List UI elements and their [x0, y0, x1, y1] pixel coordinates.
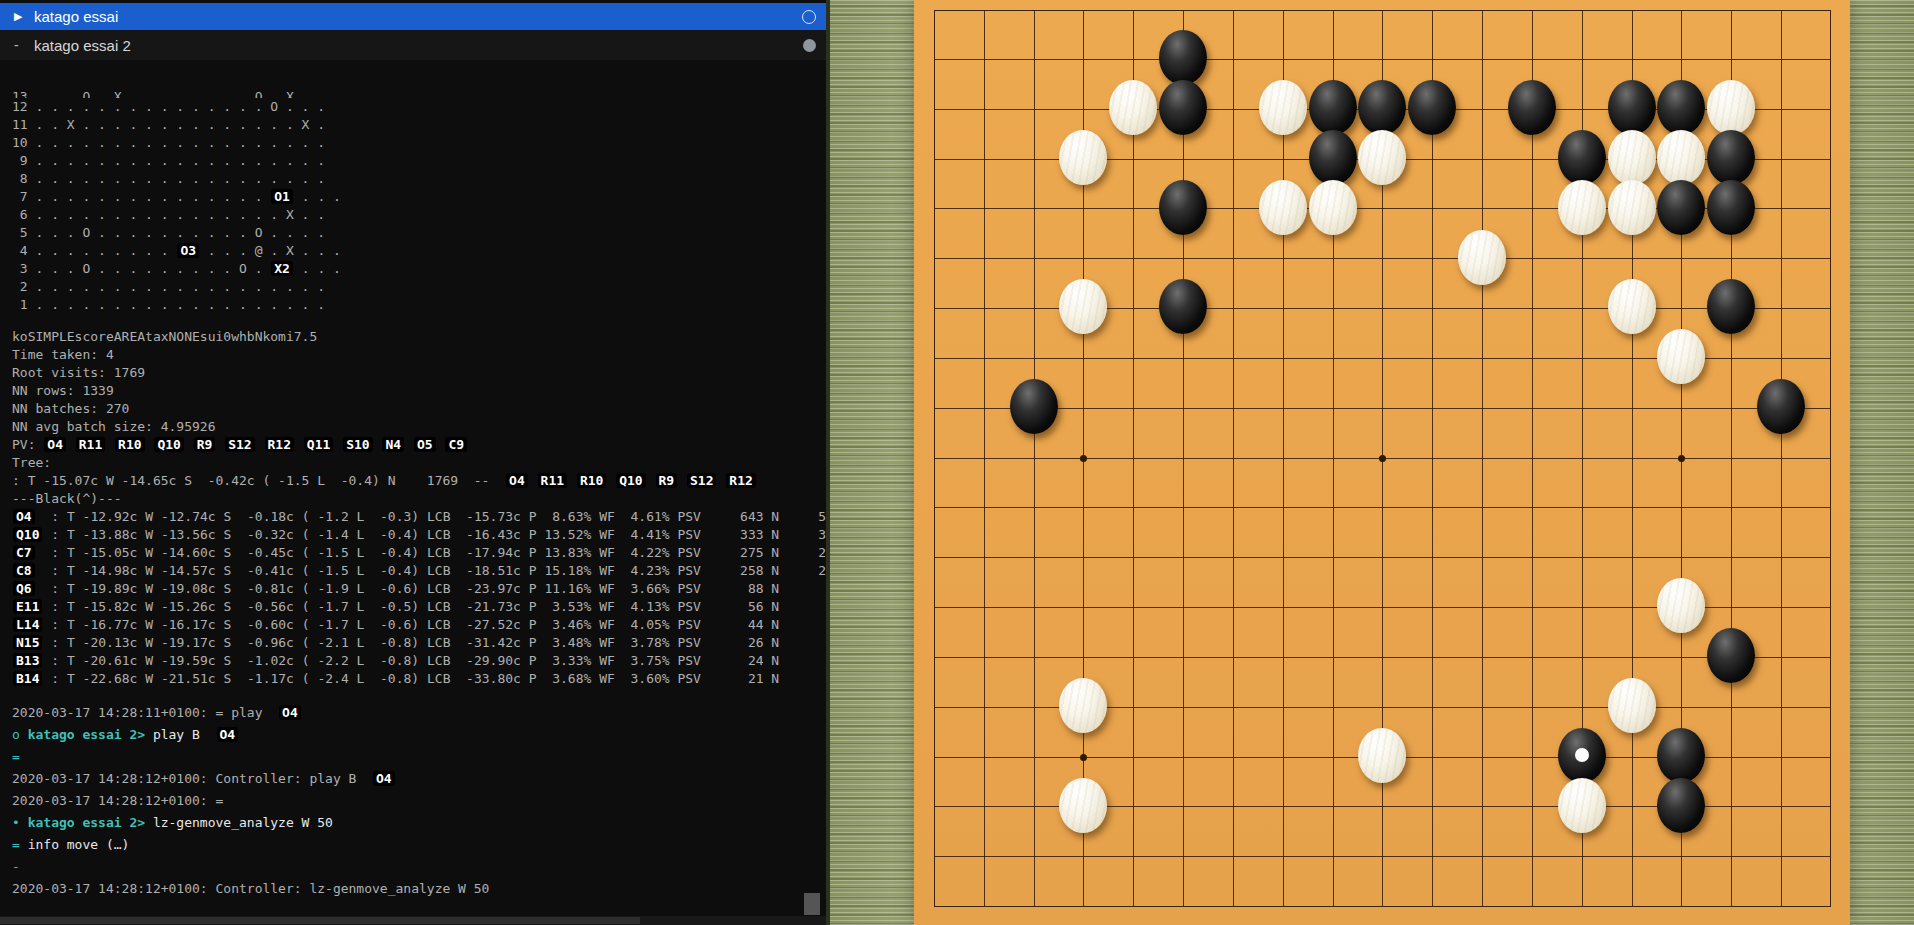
- move-token: N4: [382, 437, 404, 452]
- terminal-line: C8 : T -14.98c W -14.57c S -0.41c ( -1.5…: [12, 562, 826, 580]
- move-token: Q10: [154, 437, 183, 452]
- text-segment: . . . @ . X . . .: [200, 243, 341, 258]
- tab-label: katago essai: [34, 8, 118, 25]
- stone-white-O3: [1558, 778, 1606, 833]
- move-token: S12: [687, 473, 716, 488]
- move-token: O4: [506, 473, 528, 488]
- text-segment: 2020-03-17 14:28:12+0100: =: [12, 793, 223, 808]
- stone-black-F17: [1159, 80, 1207, 135]
- move-token: O1: [271, 189, 293, 204]
- text-segment: 9 . . . . . . . . . . . . . . . . . . .: [12, 153, 325, 168]
- text-segment: : T -16.77c W -16.17c S -0.60c ( -1.7 L …: [43, 617, 826, 632]
- terminal-line: 10 . . . . . . . . . . . . . . . . . . .: [12, 134, 826, 152]
- terminal-line: koSIMPLEscoreAREAtaxNONEsui0whbNkomi7.5: [12, 328, 826, 346]
- stone-white-P16: [1608, 130, 1656, 185]
- stone-white-H17: [1259, 80, 1307, 135]
- gtp-console-pane: ▶ katago essai - katago essai 2 13 . . .…: [0, 0, 826, 925]
- text-segment: : T -13.88c W -13.56c S -0.32c ( -1.4 L …: [43, 527, 826, 542]
- text-segment: 2020-03-17 14:28:12+0100: Controller: lz…: [12, 881, 489, 896]
- text-segment: 8 . . . . . . . . . . . . . . . . . . .: [12, 171, 325, 186]
- move-token: B14: [13, 671, 42, 686]
- terminal-line: • katago essai 2> lz-genmove_analyze W 5…: [12, 812, 826, 834]
- text-segment: 4 . . . . . . . . .: [12, 243, 176, 258]
- terminal-line: 2020-03-17 14:28:11+0100: = play O4: [12, 702, 826, 724]
- terminal-line: N15 : T -20.13c W -19.17c S -0.96c ( -2.…: [12, 634, 826, 652]
- move-token: C8: [13, 563, 35, 578]
- text-segment: : T -22.68c W -21.51c S -1.17c ( -2.4 L …: [43, 671, 826, 686]
- move-token: B13: [13, 653, 42, 668]
- stone-white-P13: [1608, 279, 1656, 334]
- horizontal-scrollbar[interactable]: [0, 916, 826, 925]
- text-segment: [374, 437, 382, 452]
- text-segment: 5 . . . O . . . . . . . . . . O . . . .: [12, 225, 325, 240]
- stone-black-P17: [1608, 80, 1656, 135]
- move-token: Q10: [13, 527, 42, 542]
- move-token: L14: [13, 617, 42, 632]
- text-segment: [106, 437, 114, 452]
- stone-white-P5: [1608, 678, 1656, 733]
- terminal-line: NN batches: 270: [12, 400, 826, 418]
- terminal-line: = info move (…): [12, 834, 826, 856]
- terminal-line: 11 . . X . . . . . . . . . . . . . . X .: [12, 116, 826, 134]
- text-segment: o: [12, 727, 28, 742]
- terminal-line: [12, 314, 826, 328]
- terminal-line: NN rows: 1339: [12, 382, 826, 400]
- stone-black-O4: [1558, 728, 1606, 783]
- text-segment: . . .: [294, 189, 341, 204]
- terminal-line: PV: O4 R11 R10 Q10 R9 S12 R12 Q11 S10 N4…: [12, 436, 826, 454]
- move-token: Q10: [616, 473, 645, 488]
- terminal-line: 2 . . . . . . . . . . . . . . . . . . .: [12, 278, 826, 296]
- move-token: N15: [13, 635, 42, 650]
- move-token: C9: [445, 437, 467, 452]
- terminal-line: =: [12, 746, 826, 768]
- terminal-line: ---Black(^)---: [12, 490, 826, 508]
- hoshi-dot: [1379, 455, 1386, 462]
- hoshi-dot: [1080, 754, 1087, 761]
- move-token: Q6: [13, 581, 35, 596]
- text-segment: info move (…): [28, 837, 130, 852]
- text-segment: [678, 473, 686, 488]
- text-segment: 2020-03-17 14:28:11+0100: = play: [12, 705, 278, 720]
- move-token: O3: [177, 243, 199, 258]
- stone-black-F15: [1159, 180, 1207, 235]
- text-segment: : T -19.89c W -19.08c S -0.81c ( -1.9 L …: [36, 581, 826, 596]
- move-token: O5: [414, 437, 436, 452]
- text-segment: : T -20.61c W -19.59c S -1.02c ( -2.2 L …: [43, 653, 826, 668]
- move-token: S10: [343, 437, 372, 452]
- text-segment: NN avg batch size: 4.95926: [12, 419, 216, 434]
- move-token: S12: [225, 437, 254, 452]
- terminal-line: 6 . . . . . . . . . . . . . . . . X . .: [12, 206, 826, 224]
- stone-white-J15: [1309, 180, 1357, 235]
- text-segment: =: [12, 837, 28, 852]
- stone-black-O16: [1558, 130, 1606, 185]
- text-segment: PV:: [12, 437, 43, 452]
- terminal-line: 4 . . . . . . . . . O3 . . . @ . X . . .: [12, 242, 826, 260]
- stone-white-M14: [1458, 230, 1506, 285]
- text-segment: 11 . . X . . . . . . . . . . . . . . X .: [12, 117, 325, 132]
- text-segment: play B: [145, 727, 215, 742]
- move-token: R10: [115, 437, 144, 452]
- tab-katago-essai[interactable]: ▶ katago essai: [0, 3, 826, 30]
- terminal-line: 8 . . . . . . . . . . . . . . . . . . .: [12, 170, 826, 188]
- text-segment: [647, 473, 655, 488]
- text-segment: 2 . . . . . . . . . . . . . . . . . . .: [12, 279, 325, 294]
- text-segment: Tree:: [12, 455, 51, 470]
- text-segment: NN rows: 1339: [12, 383, 114, 398]
- terminal-line: Q6 : T -19.89c W -19.08c S -0.81c ( -1.9…: [12, 580, 826, 598]
- tab-katago-essai-2[interactable]: - katago essai 2: [0, 30, 826, 60]
- text-segment: 3 . . . O . . . . . . . . . O .: [12, 261, 270, 276]
- move-token: R11: [538, 473, 567, 488]
- terminal-line: [12, 688, 826, 702]
- text-segment: : T -15.82c W -15.26c S -0.56c ( -1.7 L …: [43, 599, 826, 614]
- move-token: O4: [373, 771, 395, 786]
- terminal-line: 2020-03-17 14:28:12+0100: =: [12, 790, 826, 812]
- terminal-line: 1 . . . . . . . . . . . . . . . . . . .: [12, 296, 826, 314]
- terminal-line: -: [12, 856, 826, 878]
- text-segment: [568, 473, 576, 488]
- terminal-line: L14 : T -16.77c W -16.17c S -0.60c ( -1.…: [12, 616, 826, 634]
- stone-black-N17: [1508, 80, 1556, 135]
- move-token: R9: [194, 437, 216, 452]
- text-segment: [216, 437, 224, 452]
- text-segment: : T -15.07c W -14.65c S -0.42c ( -1.5 L …: [12, 473, 505, 488]
- text-segment: =: [12, 749, 20, 764]
- move-token: R9: [656, 473, 678, 488]
- stone-black-S11: [1757, 379, 1805, 434]
- hoshi-dot: [1678, 455, 1685, 462]
- text-segment: 13 . . . O . X . . . . . . . . O . X . .: [12, 88, 325, 98]
- text-segment: •: [12, 815, 28, 830]
- move-token: R12: [265, 437, 294, 452]
- dash-icon: -: [14, 37, 34, 53]
- stone-black-C11: [1010, 379, 1058, 434]
- text-segment: [607, 473, 615, 488]
- text-segment: 6 . . . . . . . . . . . . . . . . X . .: [12, 207, 325, 222]
- terminal-line: 5 . . . O . . . . . . . . . . O . . . .: [12, 224, 826, 242]
- move-token: X2: [271, 261, 293, 276]
- triangle-right-icon: ▶: [14, 10, 34, 23]
- move-token: O4: [13, 509, 35, 524]
- text-segment: koSIMPLEscoreAREAtaxNONEsui0whbNkomi7.5: [12, 329, 317, 344]
- terminal-line: Tree:: [12, 454, 826, 472]
- katago-gtp-app: ▶ katago essai - katago essai 2 13 . . .…: [0, 0, 1914, 925]
- text-segment: : T -20.13c W -19.17c S -0.96c ( -2.1 L …: [43, 635, 826, 650]
- text-segment: 10 . . . . . . . . . . . . . . . . . . .: [12, 135, 325, 150]
- stone-black-J17: [1309, 80, 1357, 135]
- text-segment: katago essai 2>: [28, 727, 145, 742]
- stone-white-P15: [1608, 180, 1656, 235]
- terminal-line: 9 . . . . . . . . . . . . . . . . . . .: [12, 152, 826, 170]
- text-segment: [529, 473, 537, 488]
- terminal-line: Root visits: 1769: [12, 364, 826, 382]
- terminal-line: o katago essai 2> play B O4: [12, 724, 826, 746]
- last-move-marker: [1575, 748, 1589, 762]
- move-token: R12: [726, 473, 755, 488]
- terminal-line: 12 . . . . . . . . . . . . . . . O . . .: [12, 98, 826, 116]
- text-segment: Time taken: 4: [12, 347, 114, 362]
- text-segment: [717, 473, 725, 488]
- go-board[interactable]: [914, 0, 1850, 925]
- text-segment: : T -15.05c W -14.60c S -0.45c ( -1.5 L …: [36, 545, 826, 560]
- text-segment: NN batches: 270: [12, 401, 129, 416]
- terminal-line: NN avg batch size: 4.95926: [12, 418, 826, 436]
- stone-white-H15: [1259, 180, 1307, 235]
- terminal-line: B13 : T -20.61c W -19.59c S -1.02c ( -2.…: [12, 652, 826, 670]
- stone-black-R16: [1707, 130, 1755, 185]
- stone-black-Q3: [1657, 778, 1705, 833]
- terminal-line: C7 : T -15.05c W -14.60c S -0.45c ( -1.5…: [12, 544, 826, 562]
- terminal-line: : T -15.07c W -14.65c S -0.42c ( -1.5 L …: [12, 472, 826, 490]
- move-token: O4: [44, 437, 66, 452]
- vscroll-thumb[interactable]: [804, 893, 820, 915]
- text-segment: : T -12.92c W -12.74c S -0.18c ( -1.2 L …: [36, 509, 826, 524]
- stone-black-R15: [1707, 180, 1755, 235]
- move-token: O4: [279, 705, 301, 720]
- board-background-mat: [826, 0, 1914, 925]
- terminal-line: 3 . . . O . . . . . . . . . O . X2 . . .: [12, 260, 826, 278]
- text-segment: 1 . . . . . . . . . . . . . . . . . . .: [12, 297, 325, 312]
- text-segment: 12 . . . . . . . . . . . . . . . O . . .: [12, 99, 325, 114]
- stone-black-Q15: [1657, 180, 1705, 235]
- text-segment: Root visits: 1769: [12, 365, 145, 380]
- text-segment: [405, 437, 413, 452]
- terminal-line: Q10 : T -13.88c W -13.56c S -0.32c ( -1.…: [12, 526, 826, 544]
- text-segment: ---Black(^)---: [12, 491, 122, 506]
- move-token: E11: [13, 599, 42, 614]
- text-segment: 2020-03-17 14:28:12+0100: Controller: pl…: [12, 771, 372, 786]
- text-segment: -: [12, 859, 20, 874]
- hscroll-thumb[interactable]: [0, 917, 640, 924]
- text-segment: lz-genmove_analyze W 50: [145, 815, 333, 830]
- move-token: R10: [577, 473, 606, 488]
- text-segment: [146, 437, 154, 452]
- text-segment: [67, 437, 75, 452]
- stone-black-J16: [1309, 130, 1357, 185]
- move-token: C7: [13, 545, 35, 560]
- terminal-line: 2020-03-17 14:28:12+0100: Controller: lz…: [12, 878, 826, 900]
- text-segment: : T -14.98c W -14.57c S -0.41c ( -1.5 L …: [36, 563, 826, 578]
- terminal-line: 2020-03-17 14:28:12+0100: Controller: pl…: [12, 768, 826, 790]
- terminal-output: 13 . . . O . X . . . . . . . . O . X . .…: [12, 88, 826, 925]
- terminal-line: E11 : T -15.82c W -15.26c S -0.56c ( -1.…: [12, 598, 826, 616]
- outline-circle-icon[interactable]: [802, 10, 816, 24]
- terminal-line: 7 . . . . . . . . . . . . . . . O1 . . .: [12, 188, 826, 206]
- text-segment: [295, 437, 303, 452]
- text-segment: . . .: [294, 261, 341, 276]
- terminal-line: B14 : T -22.68c W -21.51c S -1.17c ( -2.…: [12, 670, 826, 688]
- hoshi-dot: [1080, 455, 1087, 462]
- terminal-line: 13 . . . O . X . . . . . . . . O . X . .: [12, 88, 826, 98]
- text-segment: katago essai 2>: [28, 815, 145, 830]
- move-token: Q11: [304, 437, 333, 452]
- tab-label: katago essai 2: [34, 37, 131, 54]
- filled-circle-icon[interactable]: [803, 39, 816, 52]
- terminal-line: O4 : T -12.92c W -12.74c S -0.18c ( -1.2…: [12, 508, 826, 526]
- text-segment: [185, 437, 193, 452]
- text-segment: [334, 437, 342, 452]
- stone-white-O15: [1558, 180, 1606, 235]
- text-segment: 7 . . . . . . . . . . . . . . .: [12, 189, 270, 204]
- stone-white-D3: [1059, 778, 1107, 833]
- text-segment: [437, 437, 445, 452]
- terminal-line: Time taken: 4: [12, 346, 826, 364]
- text-segment: [256, 437, 264, 452]
- move-token: O4: [217, 727, 239, 742]
- move-token: R11: [76, 437, 105, 452]
